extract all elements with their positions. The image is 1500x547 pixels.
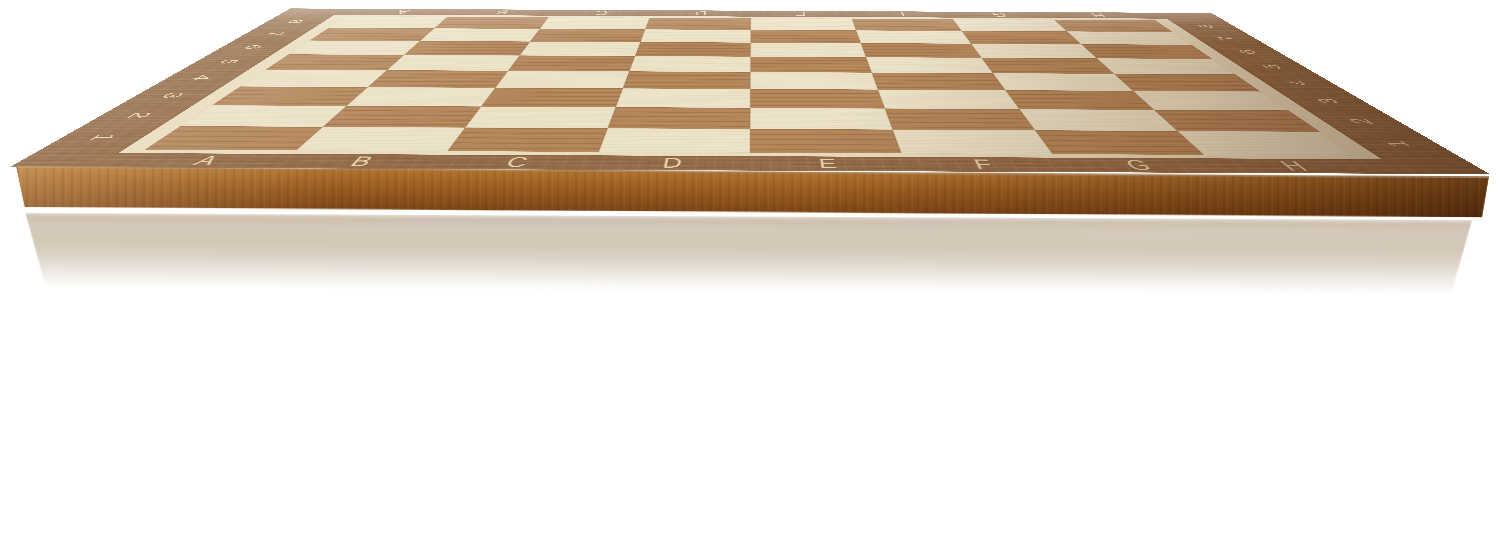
square-b3 xyxy=(347,87,496,106)
maple-inlay-border xyxy=(118,15,1381,160)
file-label-near-a: A xyxy=(170,155,243,166)
file-label-near-c: C xyxy=(484,157,549,168)
square-h2 xyxy=(1154,110,1320,132)
file-label-far-d: D xyxy=(682,11,721,15)
file-label-far-f: F xyxy=(880,12,920,16)
square-b2 xyxy=(323,106,481,128)
rank-label-left-4: 4 xyxy=(177,68,226,88)
square-c6 xyxy=(520,42,641,57)
file-label-far-c: C xyxy=(581,11,621,15)
playing-field-8x8 xyxy=(145,16,1355,155)
file-label-far-e: E xyxy=(781,12,820,16)
file-label-near-h: H xyxy=(1258,161,1331,172)
square-e5 xyxy=(750,57,871,73)
square-g3 xyxy=(1005,90,1154,110)
chessboard-product-photo: ABCDEFGHABCDEFGH1234567812345678 xyxy=(0,0,1500,547)
square-a8 xyxy=(329,16,448,28)
square-e3 xyxy=(750,89,885,109)
rank-label-right-4: 4 xyxy=(1275,73,1324,93)
square-f5 xyxy=(866,57,993,73)
rank-label-left-6: 6 xyxy=(232,39,273,55)
square-c5 xyxy=(508,55,635,71)
board-edge-face xyxy=(8,166,1494,217)
square-h3 xyxy=(1133,91,1289,111)
chessboard-top-surface: ABCDEFGHABCDEFGH1234567812345678 xyxy=(10,8,1490,174)
square-b6 xyxy=(404,41,530,55)
square-h7 xyxy=(1067,31,1191,44)
rank-label-right-1: 1 xyxy=(1366,130,1430,158)
square-f1 xyxy=(893,130,1053,154)
coordinate-labels: ABCDEFGHABCDEFGH1234567812345678 xyxy=(290,8,1211,12)
square-f7 xyxy=(856,30,971,43)
square-e2 xyxy=(750,108,892,130)
square-h1 xyxy=(1178,131,1356,156)
rank-label-right-2: 2 xyxy=(1333,109,1391,134)
square-c2 xyxy=(465,107,615,129)
square-e8 xyxy=(751,18,856,30)
square-b4 xyxy=(368,70,508,88)
square-b7 xyxy=(420,28,540,41)
rank-label-right-7: 7 xyxy=(1207,31,1245,46)
square-g8 xyxy=(953,19,1067,31)
square-f2 xyxy=(885,109,1035,131)
square-a3 xyxy=(212,86,368,105)
square-e4 xyxy=(750,72,878,90)
square-d7 xyxy=(640,29,750,42)
square-a5 xyxy=(266,54,404,70)
square-g5 xyxy=(981,58,1114,74)
square-d8 xyxy=(645,18,751,30)
camera-tilt-wrapper: ABCDEFGHABCDEFGH1234567812345678 xyxy=(0,0,1500,547)
square-a4 xyxy=(240,70,387,87)
rank-label-left-7: 7 xyxy=(255,26,294,41)
square-d6 xyxy=(635,42,751,57)
square-g6 xyxy=(971,44,1097,59)
rank-label-left-5: 5 xyxy=(206,53,251,71)
square-c8 xyxy=(540,17,650,29)
rank-label-right-6: 6 xyxy=(1228,44,1269,61)
square-h6 xyxy=(1081,44,1212,59)
rank-label-right-3: 3 xyxy=(1302,90,1355,112)
square-f8 xyxy=(852,19,962,31)
file-label-near-e: E xyxy=(798,158,859,169)
square-f4 xyxy=(872,73,1006,91)
square-a7 xyxy=(310,28,435,41)
square-c4 xyxy=(495,71,629,89)
square-a1 xyxy=(145,126,323,150)
square-g4 xyxy=(993,73,1133,91)
square-d3 xyxy=(616,88,751,107)
rank-label-right-8: 8 xyxy=(1189,19,1225,33)
rank-label-left-8: 8 xyxy=(277,15,313,29)
square-h8 xyxy=(1054,20,1173,32)
square-e7 xyxy=(751,30,861,43)
square-d2 xyxy=(608,107,751,129)
square-c3 xyxy=(481,88,623,107)
square-c1 xyxy=(447,128,607,152)
square-g7 xyxy=(962,31,1082,44)
perspective-container: ABCDEFGHABCDEFGH1234567812345678 xyxy=(0,0,1500,174)
square-b5 xyxy=(387,55,520,71)
square-a6 xyxy=(289,40,420,54)
file-label-near-b: B xyxy=(327,156,396,167)
square-f6 xyxy=(861,43,982,58)
square-a2 xyxy=(180,105,346,127)
square-e1 xyxy=(750,129,901,153)
square-c7 xyxy=(530,29,645,42)
file-label-near-g: G xyxy=(1104,160,1173,171)
rank-label-left-1: 1 xyxy=(69,124,134,152)
board-reflection xyxy=(13,213,1483,294)
file-label-far-g: G xyxy=(979,13,1021,17)
square-h4 xyxy=(1114,74,1260,92)
square-g1 xyxy=(1035,130,1204,155)
rank-label-left-2: 2 xyxy=(109,103,168,128)
square-h5 xyxy=(1097,58,1235,74)
square-b1 xyxy=(296,127,465,151)
square-d1 xyxy=(599,128,750,152)
square-d4 xyxy=(623,71,751,89)
rank-label-right-5: 5 xyxy=(1250,58,1295,76)
file-label-near-d: D xyxy=(642,158,703,169)
square-e6 xyxy=(751,43,866,58)
file-label-far-b: B xyxy=(481,10,523,14)
rank-label-left-3: 3 xyxy=(145,85,198,107)
square-g2 xyxy=(1019,109,1177,131)
file-label-near-f: F xyxy=(951,159,1016,170)
square-f3 xyxy=(878,90,1020,110)
file-label-far-a: A xyxy=(381,10,424,14)
square-b8 xyxy=(434,17,548,29)
square-d5 xyxy=(629,56,750,72)
file-label-far-h: H xyxy=(1077,13,1120,17)
